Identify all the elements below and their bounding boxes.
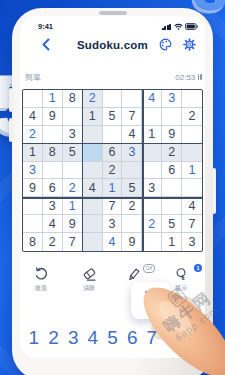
cell-r7c1[interactable] (23, 197, 43, 215)
wifi-icon (174, 23, 183, 30)
cell-r2c6[interactable]: 7 (122, 108, 142, 126)
status-bar: 9:41 (20, 19, 205, 31)
cell-r8c3[interactable]: 9 (63, 215, 83, 233)
cell-r6c9[interactable] (182, 179, 202, 197)
hint-count-badge: 1 (194, 264, 202, 272)
cell-r9c7[interactable] (142, 233, 162, 251)
cell-r8c1[interactable] (23, 215, 43, 233)
cell-r9c8[interactable]: 1 (162, 233, 182, 251)
cell-r4c6[interactable]: 3 (122, 144, 142, 162)
cell-r1c5[interactable] (103, 90, 123, 108)
cell-r3c4[interactable] (83, 126, 103, 144)
cell-r9c3[interactable]: 7 (63, 233, 83, 251)
cell-r5c4[interactable] (83, 162, 103, 180)
cell-r8c2[interactable]: 4 (43, 215, 63, 233)
cell-r7c2[interactable]: 3 (43, 197, 63, 215)
box-divider (22, 197, 203, 199)
page-title: Sudoku.com (20, 39, 205, 51)
cell-r7c9[interactable]: 4 (182, 197, 202, 215)
numpad-key-3[interactable]: 3 (63, 326, 83, 349)
cell-r8c4[interactable] (83, 215, 103, 233)
cell-r1c4[interactable]: 2 (83, 90, 103, 108)
cell-r3c7[interactable]: 1 (142, 126, 162, 144)
cell-r6c2[interactable]: 6 (43, 179, 63, 197)
cell-r4c4[interactable] (83, 144, 103, 162)
undo-button[interactable]: 復原 (23, 267, 59, 293)
cell-r9c4[interactable] (83, 233, 103, 251)
cell-r6c6[interactable]: 5 (122, 179, 142, 197)
erase-label: 清除 (71, 284, 107, 293)
cell-r8c5[interactable]: 3 (103, 215, 123, 233)
cell-r4c5[interactable]: 6 (103, 144, 123, 162)
cell-r3c2[interactable] (43, 126, 63, 144)
speaker-slot (99, 11, 127, 15)
volume-down-button (9, 118, 13, 142)
gear-icon settings-button[interactable] (183, 38, 196, 51)
cell-r1c6[interactable] (122, 90, 142, 108)
cell-r1c9[interactable] (182, 90, 202, 108)
cell-r3c3[interactable]: 3 (63, 126, 83, 144)
cell-r5c9[interactable]: 1 (182, 162, 202, 180)
undo-label: 復原 (23, 284, 59, 293)
undo-icon (23, 267, 59, 282)
sudoku-board: 1824349157223419185632326196241533172449… (22, 89, 203, 252)
cell-r5c1[interactable]: 3 (23, 162, 43, 180)
cell-r4c1[interactable]: 1 (23, 144, 43, 162)
cell-r1c8[interactable]: 3 (162, 90, 182, 108)
cell-r8c6[interactable] (122, 215, 142, 233)
cell-r2c8[interactable] (162, 108, 182, 126)
game-header: 簡單 02:53 (25, 72, 202, 82)
erase-button[interactable]: 清除 (71, 267, 107, 293)
pause-icon[interactable] (198, 74, 202, 80)
power-button (212, 168, 216, 214)
cell-r1c7[interactable]: 4 (142, 90, 162, 108)
timer-value: 02:53 (175, 73, 195, 82)
cell-r6c3[interactable]: 2 (63, 179, 83, 197)
cell-r2c7[interactable] (142, 108, 162, 126)
cell-r5c6[interactable] (122, 162, 142, 180)
cell-r6c1[interactable]: 9 (23, 179, 43, 197)
cell-r7c5[interactable]: 7 (103, 197, 123, 215)
cell-r7c8[interactable] (162, 197, 182, 215)
cell-r5c8[interactable]: 6 (162, 162, 182, 180)
nav-bar: Sudoku.com (20, 37, 205, 53)
numpad-key-4[interactable]: 4 (83, 326, 103, 349)
cell-r3c6[interactable]: 4 (122, 126, 142, 144)
cell-r2c4[interactable]: 1 (83, 108, 103, 126)
cell-r9c2[interactable]: 2 (43, 233, 63, 251)
cell-r2c3[interactable] (63, 108, 83, 126)
cell-r2c2[interactable]: 9 (43, 108, 63, 126)
cell-r2c9[interactable]: 2 (182, 108, 202, 126)
cell-r1c3[interactable]: 8 (63, 90, 83, 108)
cell-r5c3[interactable] (63, 162, 83, 180)
cell-r4c7[interactable] (142, 144, 162, 162)
cell-r8c9[interactable]: 7 (182, 215, 202, 233)
cell-r7c3[interactable]: 1 (63, 197, 83, 215)
cell-r5c7[interactable] (142, 162, 162, 180)
app-screenshot: 5 3 9:41 (0, 0, 225, 375)
cell-r9c9[interactable]: 3 (182, 233, 202, 251)
cell-r2c1[interactable]: 4 (23, 108, 43, 126)
cell-r6c7[interactable]: 3 (142, 179, 162, 197)
cell-r7c7[interactable] (142, 197, 162, 215)
cell-r5c2[interactable] (43, 162, 63, 180)
cell-r3c5[interactable] (103, 126, 123, 144)
cell-r3c9[interactable] (182, 126, 202, 144)
finger-cursor (118, 272, 225, 375)
cell-r6c8[interactable] (162, 179, 182, 197)
cell-r2c5[interactable]: 5 (103, 108, 123, 126)
eraser-icon (71, 267, 107, 282)
cell-r4c2[interactable]: 8 (43, 144, 63, 162)
cell-r3c8[interactable]: 9 (162, 126, 182, 144)
signal-icon (162, 24, 171, 30)
cell-r4c8[interactable]: 2 (162, 144, 182, 162)
volume-up-button (9, 88, 13, 112)
cell-r6c4[interactable]: 4 (83, 179, 103, 197)
cell-r8c8[interactable]: 5 (162, 215, 182, 233)
cell-r8c7[interactable]: 2 (142, 215, 162, 233)
cell-r1c2[interactable]: 1 (43, 90, 63, 108)
cell-r1c1[interactable] (23, 90, 43, 108)
box-divider (142, 89, 144, 252)
palette-icon[interactable] (159, 38, 172, 51)
difficulty-label[interactable]: 簡單 (25, 72, 41, 83)
cell-r4c9[interactable] (182, 144, 202, 162)
cell-r3c1[interactable]: 2 (23, 126, 43, 144)
cell-r9c1[interactable]: 8 (23, 233, 43, 251)
cell-r9c6[interactable]: 9 (122, 233, 142, 251)
numpad-key-1[interactable]: 1 (24, 326, 44, 349)
box-divider (82, 89, 84, 252)
cell-r7c6[interactable]: 2 (122, 197, 142, 215)
battery-icon (185, 23, 198, 30)
cell-r4c3[interactable]: 5 (63, 144, 83, 162)
cell-r7c4[interactable] (83, 197, 103, 215)
cell-r5c5[interactable]: 2 (103, 162, 123, 180)
cell-r6c5[interactable]: 1 (103, 179, 123, 197)
sudoku-grid: 1824349157223419185632326196241533172449… (22, 89, 203, 252)
numpad-key-2[interactable]: 2 (44, 326, 64, 349)
box-divider (22, 143, 203, 145)
status-time: 9:41 (38, 22, 53, 31)
cell-r9c5[interactable]: 4 (103, 233, 123, 251)
